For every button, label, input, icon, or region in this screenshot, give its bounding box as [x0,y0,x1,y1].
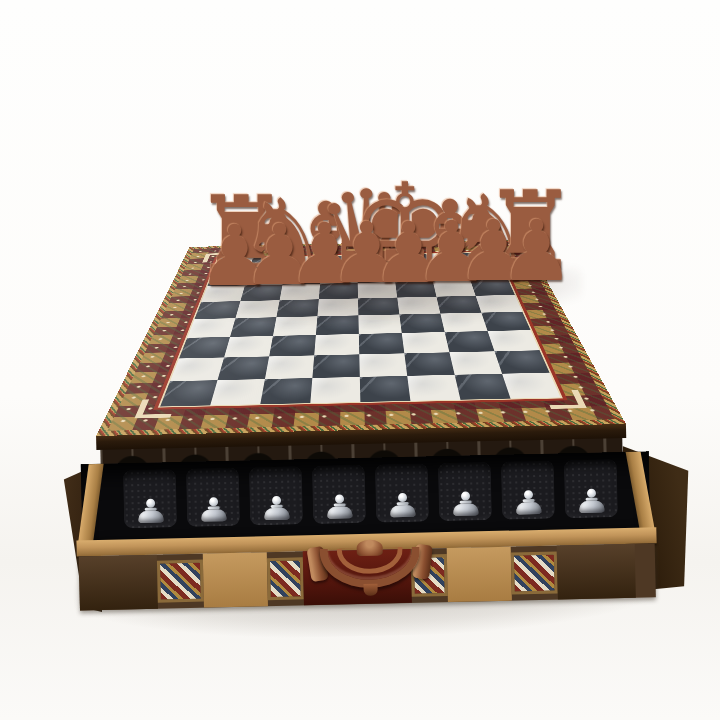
silver-piece-base [138,510,163,523]
front-panel-walnut [557,544,636,600]
drawer-tray[interactable] [375,463,429,522]
silver-piece-knob[interactable] [326,494,353,519]
silver-piece-ball [146,499,155,508]
silver-piece-ball [523,490,532,499]
silver-piece-base [201,509,226,522]
silver-piece-knob[interactable] [515,490,542,515]
drawer-tray[interactable] [564,459,618,518]
silver-piece-ball [397,493,406,502]
silver-piece-ball [586,489,595,498]
front-panel-mosaic [157,560,204,603]
front-panel-oak [447,547,512,602]
silver-piece-knob[interactable] [200,497,227,522]
drawer-handle[interactable] [303,538,438,605]
silver-piece-base [327,506,352,519]
silver-piece-knob[interactable] [452,491,479,516]
silver-piece-knob[interactable] [137,498,164,523]
front-panel-walnut [79,555,158,611]
drawer-tray[interactable] [312,465,366,524]
chess-set-scene [0,0,720,720]
silver-piece-knob[interactable] [263,496,290,521]
front-panel-mosaic [267,557,304,600]
silver-piece-ball [334,494,343,503]
silver-piece-knob[interactable] [389,493,416,518]
front-panel-oak [203,552,268,607]
silver-piece-base [453,503,478,516]
silver-piece-knob[interactable] [578,488,605,513]
chess-piece-pawn-h7[interactable]: ♟ [499,209,574,293]
silver-piece-base [390,505,415,518]
handle-drop-finial [363,584,377,596]
silver-piece-ball [208,497,217,506]
silver-piece-base [516,502,541,515]
drawer-tray[interactable] [249,466,303,525]
drawer-tray[interactable] [438,462,492,521]
drawer-tray[interactable] [123,469,177,528]
silver-piece-ball [271,496,280,505]
silver-piece-base [264,508,289,521]
drawer-tray[interactable] [501,461,555,520]
silver-piece-ball [460,492,469,501]
silver-piece-base [579,500,604,513]
front-panel-mosaic [511,552,558,595]
drawer-tray[interactable] [186,468,240,527]
